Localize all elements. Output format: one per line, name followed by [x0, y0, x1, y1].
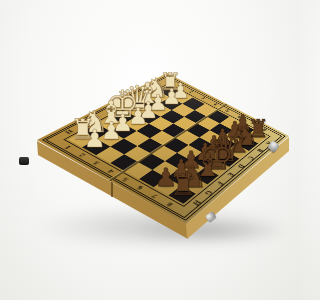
rank-label-7-right: 7	[151, 193, 160, 199]
rank-label-2-right: 2	[78, 152, 88, 158]
piece-white-pawn-h2[interactable]: ♟	[83, 127, 105, 152]
rank-label-4-right: 4	[106, 168, 116, 174]
box-shadow-near	[130, 218, 290, 244]
hinge	[19, 157, 29, 165]
rank-label-4-left: 4	[212, 102, 219, 106]
fold-seam-side	[111, 181, 113, 197]
chess-set-photo: AABBCCDDEEFFGGHH1122334455667788 ♜♞♟♝♟♛♟…	[0, 0, 300, 300]
rank-label-3-right: 3	[92, 160, 102, 166]
rank-label-5-left: 5	[224, 109, 231, 113]
rank-label-5-right: 5	[121, 176, 131, 182]
rank-label-3-left: 3	[199, 96, 206, 100]
piece-black-rook-h8[interactable]: ♜	[170, 171, 196, 200]
rank-label-6-right: 6	[136, 184, 145, 190]
